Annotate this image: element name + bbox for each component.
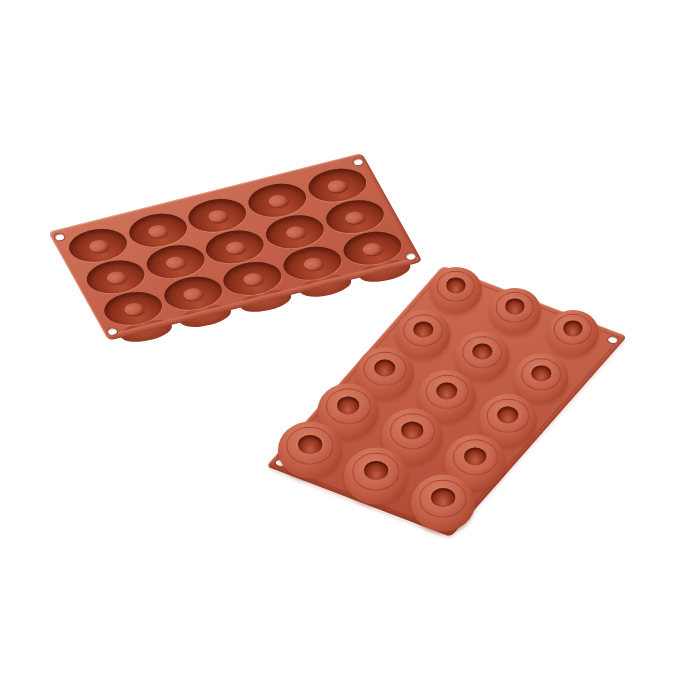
product-photo: Two terracotta-red silicone mini donut /… [0, 0, 700, 700]
dome-bump [344, 448, 408, 505]
dome-bump [514, 354, 569, 403]
dome-center-hole [431, 488, 455, 507]
dome-bump [430, 267, 482, 313]
dome-bump [547, 310, 599, 356]
dome-bump [396, 310, 451, 359]
dome-center-hole [364, 461, 388, 480]
dome-center-hole [337, 396, 360, 414]
dome-bump [455, 332, 510, 381]
dome-layer [0, 0, 700, 700]
dome-center-hole [298, 435, 322, 454]
dome-center-hole [401, 421, 424, 439]
dome-bump [411, 475, 475, 532]
dome-bump [278, 422, 342, 479]
dome-bump [489, 288, 541, 334]
dome-center-hole [464, 447, 487, 465]
